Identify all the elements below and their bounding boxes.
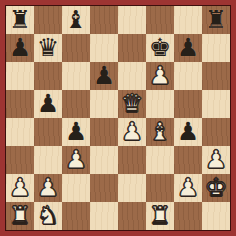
- square-h5[interactable]: [202, 90, 230, 118]
- square-b8[interactable]: [34, 6, 62, 34]
- square-h6[interactable]: [202, 62, 230, 90]
- square-d6[interactable]: ♟: [90, 62, 118, 90]
- square-g8[interactable]: [174, 6, 202, 34]
- square-g6[interactable]: [174, 62, 202, 90]
- square-g4[interactable]: ♟: [174, 118, 202, 146]
- square-f5[interactable]: [146, 90, 174, 118]
- square-b5[interactable]: ♟: [34, 90, 62, 118]
- square-e7[interactable]: [118, 34, 146, 62]
- square-f2[interactable]: [146, 174, 174, 202]
- square-a8[interactable]: ♜: [6, 6, 34, 34]
- square-h1[interactable]: [202, 202, 230, 230]
- square-g5[interactable]: [174, 90, 202, 118]
- square-f4[interactable]: ♝: [146, 118, 174, 146]
- piece-white-pawn[interactable]: ♟: [205, 146, 227, 174]
- square-d3[interactable]: [90, 146, 118, 174]
- piece-black-pawn[interactable]: ♟: [37, 90, 59, 118]
- piece-black-queen[interactable]: ♛: [37, 34, 59, 62]
- square-h2[interactable]: ♚: [202, 174, 230, 202]
- square-b7[interactable]: ♛: [34, 34, 62, 62]
- square-c8[interactable]: ♝: [62, 6, 90, 34]
- square-g1[interactable]: [174, 202, 202, 230]
- square-c6[interactable]: [62, 62, 90, 90]
- piece-black-pawn[interactable]: ♟: [65, 118, 87, 146]
- square-a5[interactable]: [6, 90, 34, 118]
- square-b1[interactable]: ♞: [34, 202, 62, 230]
- square-g2[interactable]: ♟: [174, 174, 202, 202]
- square-b3[interactable]: [34, 146, 62, 174]
- square-b6[interactable]: [34, 62, 62, 90]
- piece-white-pawn[interactable]: ♟: [37, 174, 59, 202]
- square-c2[interactable]: [62, 174, 90, 202]
- square-a7[interactable]: ♟: [6, 34, 34, 62]
- square-h4[interactable]: [202, 118, 230, 146]
- square-a4[interactable]: [6, 118, 34, 146]
- square-b2[interactable]: ♟: [34, 174, 62, 202]
- piece-black-rook[interactable]: ♜: [205, 6, 227, 34]
- square-f3[interactable]: [146, 146, 174, 174]
- square-e2[interactable]: [118, 174, 146, 202]
- piece-white-bishop[interactable]: ♝: [149, 118, 171, 146]
- square-d4[interactable]: [90, 118, 118, 146]
- piece-white-knight[interactable]: ♞: [37, 202, 59, 230]
- piece-white-queen[interactable]: ♛: [121, 90, 143, 118]
- piece-black-pawn[interactable]: ♟: [9, 34, 31, 62]
- square-h8[interactable]: ♜: [202, 6, 230, 34]
- square-g7[interactable]: ♟: [174, 34, 202, 62]
- piece-black-rook[interactable]: ♜: [9, 6, 31, 34]
- piece-black-pawn[interactable]: ♟: [93, 62, 115, 90]
- piece-white-king[interactable]: ♚: [205, 174, 227, 202]
- square-g3[interactable]: [174, 146, 202, 174]
- square-a6[interactable]: [6, 62, 34, 90]
- square-b4[interactable]: [34, 118, 62, 146]
- piece-white-pawn[interactable]: ♟: [121, 118, 143, 146]
- piece-white-rook[interactable]: ♜: [149, 202, 171, 230]
- square-c7[interactable]: [62, 34, 90, 62]
- square-h3[interactable]: ♟: [202, 146, 230, 174]
- square-c5[interactable]: [62, 90, 90, 118]
- piece-white-pawn[interactable]: ♟: [149, 62, 171, 90]
- square-d7[interactable]: [90, 34, 118, 62]
- square-f7[interactable]: ♚: [146, 34, 174, 62]
- square-e1[interactable]: [118, 202, 146, 230]
- square-a3[interactable]: [6, 146, 34, 174]
- square-d8[interactable]: [90, 6, 118, 34]
- square-d5[interactable]: [90, 90, 118, 118]
- piece-black-bishop[interactable]: ♝: [65, 6, 87, 34]
- square-e4[interactable]: ♟: [118, 118, 146, 146]
- square-f1[interactable]: ♜: [146, 202, 174, 230]
- square-c1[interactable]: [62, 202, 90, 230]
- square-a2[interactable]: ♟: [6, 174, 34, 202]
- square-f8[interactable]: [146, 6, 174, 34]
- piece-white-pawn[interactable]: ♟: [65, 146, 87, 174]
- board-frame: ♜♝♜♟♛♚♟♟♟♟♛♟♟♝♟♟♟♟♟♟♚♜♞♜: [0, 0, 236, 236]
- square-c4[interactable]: ♟: [62, 118, 90, 146]
- square-d1[interactable]: [90, 202, 118, 230]
- square-d2[interactable]: [90, 174, 118, 202]
- piece-white-pawn[interactable]: ♟: [9, 174, 31, 202]
- square-e8[interactable]: [118, 6, 146, 34]
- square-c3[interactable]: ♟: [62, 146, 90, 174]
- piece-white-rook[interactable]: ♜: [9, 202, 31, 230]
- square-a1[interactable]: ♜: [6, 202, 34, 230]
- square-e3[interactable]: [118, 146, 146, 174]
- piece-black-pawn[interactable]: ♟: [177, 118, 199, 146]
- square-e6[interactable]: [118, 62, 146, 90]
- square-e5[interactable]: ♛: [118, 90, 146, 118]
- square-f6[interactable]: ♟: [146, 62, 174, 90]
- piece-white-pawn[interactable]: ♟: [177, 174, 199, 202]
- piece-black-pawn[interactable]: ♟: [177, 34, 199, 62]
- square-h7[interactable]: [202, 34, 230, 62]
- chess-board: ♜♝♜♟♛♚♟♟♟♟♛♟♟♝♟♟♟♟♟♟♚♜♞♜: [6, 6, 230, 230]
- piece-black-king[interactable]: ♚: [149, 34, 171, 62]
